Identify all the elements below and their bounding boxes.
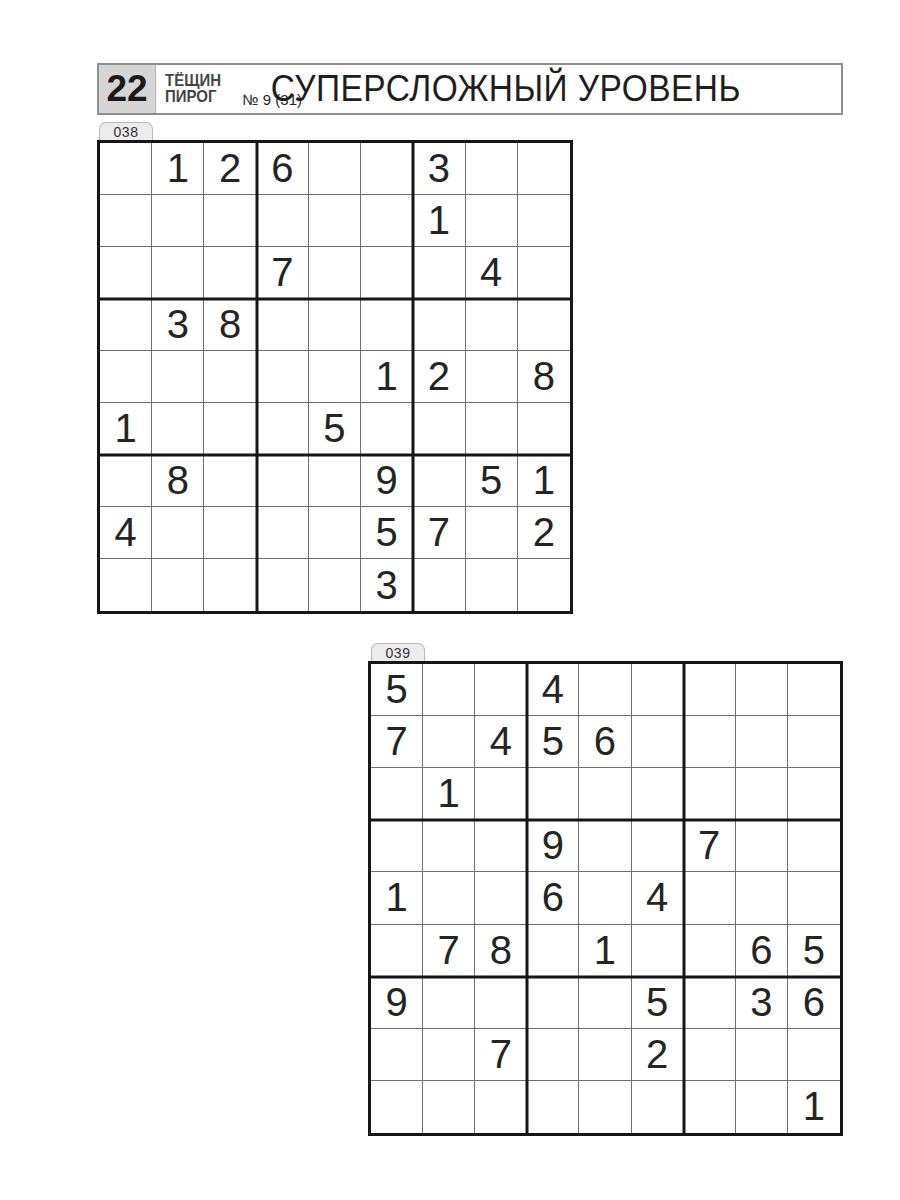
grid-038-cell-r4c7 [413,299,465,351]
grid-038-cell-r9c8 [466,559,518,611]
grid-038-cell-r4c9 [518,299,570,351]
box-separator-vertical-1 [255,143,258,611]
grid-038-cell-r7c2: 8 [152,455,204,507]
grid-039-cell-r4c6 [632,820,684,872]
grid-038-cell-r2c3 [204,195,256,247]
grid-039-cell-r1c6 [632,664,684,716]
grid-039-cell-r9c3 [475,1081,527,1133]
grid-038-cell-r2c8 [466,195,518,247]
grid-039-cell-r3c3 [475,768,527,820]
grid-039-cell-r7c9: 6 [788,977,840,1029]
box-separator-vertical-2 [682,664,685,1133]
grid-039-cell-r2c4: 5 [527,716,579,768]
grid-038-cell-r4c4 [257,299,309,351]
page-header: 22 ТЁЩИН ПИРОГ № 9 (31) СУПЕРСЛОЖНЫЙ УРО… [97,63,843,115]
grid-038-cell-r4c1 [100,299,152,351]
grid-039-cell-r7c6: 5 [632,977,684,1029]
grid-039-cell-r3c6 [632,768,684,820]
grid-039-cell-r8c2 [423,1029,475,1081]
grid-039-cell-r3c4 [527,768,579,820]
grid-039-cell-r9c5 [579,1081,631,1133]
grid-039-cell-r8c6: 2 [632,1029,684,1081]
grid-039-cell-r6c8: 6 [736,925,788,977]
grid-038-cell-r2c1 [100,195,152,247]
grid-039-cell-r1c1: 5 [371,664,423,716]
grid-038-cell-r1c5 [309,143,361,195]
grid-039-cell-r8c5 [579,1029,631,1081]
grid-038-cell-r3c1 [100,247,152,299]
grid-039-cell-r2c2 [423,716,475,768]
grid-039-cell-r7c5 [579,977,631,1029]
grid-038-cell-r6c7 [413,403,465,455]
grid-039-cell-r2c1: 7 [371,716,423,768]
grid-039-cell-r2c7 [684,716,736,768]
book-page: 22 ТЁЩИН ПИРОГ № 9 (31) СУПЕРСЛОЖНЫЙ УРО… [0,0,900,1200]
grid-039-cell-r6c2: 7 [423,925,475,977]
grid-039-cell-r5c7 [684,872,736,924]
grid-038-cell-r7c3 [204,455,256,507]
series-title: ТЁЩИН ПИРОГ [165,65,221,113]
box-separator-vertical-2 [412,143,415,611]
grid-038-cell-r2c6 [361,195,413,247]
grid-039-cell-r8c7 [684,1029,736,1081]
grid-038-cell-r8c4 [257,507,309,559]
grid-039-cell-r7c8: 3 [736,977,788,1029]
grid-038-cell-r2c4 [257,195,309,247]
grid-038-cell-r5c4 [257,351,309,403]
grid-039-cell-r1c4: 4 [527,664,579,716]
grid-038-cell-r6c4 [257,403,309,455]
grid-038-cell-r3c7 [413,247,465,299]
sudoku-grid-039: 547456197164781659536721 [368,661,843,1136]
grid-038-cell-r8c7: 7 [413,507,465,559]
grid-039-cell-r2c9 [788,716,840,768]
grid-038-cell-r5c3 [204,351,256,403]
grid-038-cell-r2c2 [152,195,204,247]
grid-038-cell-r4c5 [309,299,361,351]
grid-038-cell-r8c9: 2 [518,507,570,559]
grid-038-cell-r9c3 [204,559,256,611]
grid-038-cell-r8c6: 5 [361,507,413,559]
grid-038-cell-r1c2: 1 [152,143,204,195]
grid-039-cell-r9c6 [632,1081,684,1133]
grid-039-cell-r8c9 [788,1029,840,1081]
grid-038-cell-r9c5 [309,559,361,611]
grid-039-cell-r5c4: 6 [527,872,579,924]
grid-039-cell-r4c1 [371,820,423,872]
grid-038-cell-r4c2: 3 [152,299,204,351]
grid-039-cell-r1c5 [579,664,631,716]
grid-039-cell-r4c9 [788,820,840,872]
grid-039-cell-r2c5: 6 [579,716,631,768]
grid-039-cell-r3c9 [788,768,840,820]
grid-038-cell-r8c5 [309,507,361,559]
grid-039-cell-r6c6 [632,925,684,977]
grid-038-cell-r9c7 [413,559,465,611]
issue-number: № 9 (31) [243,91,302,113]
grid-038-cell-r9c9 [518,559,570,611]
grid-038-cell-r5c2 [152,351,204,403]
grid-038-cell-r6c1: 1 [100,403,152,455]
grid-038-cell-r7c5 [309,455,361,507]
grid-039-cell-r7c7 [684,977,736,1029]
grid-038-cell-r5c7: 2 [413,351,465,403]
grid-038-cell-r9c2 [152,559,204,611]
grid-038-cell-r8c8 [466,507,518,559]
grid-039-cell-r3c5 [579,768,631,820]
grid-038-cell-r9c6: 3 [361,559,413,611]
grid-039-cell-r2c8 [736,716,788,768]
grid-038-cell-r3c8: 4 [466,247,518,299]
grid-038-cell-r8c3 [204,507,256,559]
grid-039-cell-r6c7 [684,925,736,977]
grid-039-cell-r4c5 [579,820,631,872]
grid-039-cell-r2c3: 4 [475,716,527,768]
box-separator-horizontal-2 [371,975,840,978]
box-separator-vertical-1 [526,664,529,1133]
grid-039-cell-r6c1 [371,925,423,977]
grid-038-cell-r9c1 [100,559,152,611]
grid-038-cell-r1c8 [466,143,518,195]
grid-038-cell-r1c3: 2 [204,143,256,195]
grid-039-cell-r5c3 [475,872,527,924]
grid-039-cell-r6c5: 1 [579,925,631,977]
grid-038-cell-r2c5 [309,195,361,247]
grid-038-cell-r2c7: 1 [413,195,465,247]
grid-038-cell-r1c1 [100,143,152,195]
grid-038-cell-r3c4: 7 [257,247,309,299]
grid-039-cell-r5c2 [423,872,475,924]
grid-039-cell-r5c9 [788,872,840,924]
grid-039-cell-r8c1 [371,1029,423,1081]
grid-039-cell-r7c1: 9 [371,977,423,1029]
grid-038-cell-r6c5: 5 [309,403,361,455]
grid-038-cell-r8c1: 4 [100,507,152,559]
grid-039-cell-r3c1 [371,768,423,820]
grid-038-cell-r4c8 [466,299,518,351]
grid-039-cell-r5c6: 4 [632,872,684,924]
grid-038-cell-r8c2 [152,507,204,559]
grid-039-cell-r5c1: 1 [371,872,423,924]
grid-038-cell-r7c1 [100,455,152,507]
puzzle-label-039: 039 [371,643,425,661]
grid-039-cell-r8c3: 7 [475,1029,527,1081]
grid-039-cell-r4c2 [423,820,475,872]
grid-039-cell-r7c2 [423,977,475,1029]
grid-038-cell-r1c4: 6 [257,143,309,195]
grid-039-cell-r6c3: 8 [475,925,527,977]
grid-038-cell-r3c9 [518,247,570,299]
box-separator-horizontal-1 [371,819,840,822]
grid-038-cell-r5c5 [309,351,361,403]
grid-038-cell-r7c7 [413,455,465,507]
grid-038-cell-r5c9: 8 [518,351,570,403]
grid-038-cell-r1c9 [518,143,570,195]
grid-039-cell-r1c7 [684,664,736,716]
grid-038-cell-r3c3 [204,247,256,299]
grid-038-cell-r7c9: 1 [518,455,570,507]
grid-039-cell-r6c4 [527,925,579,977]
grid-039-cell-r9c2 [423,1081,475,1133]
grid-038-cell-r2c9 [518,195,570,247]
grid-038-cell-r7c8: 5 [466,455,518,507]
grid-038-cell-r5c8 [466,351,518,403]
grid-038-cell-r6c6 [361,403,413,455]
grid-039-cell-r3c2: 1 [423,768,475,820]
grid-039-cell-r3c8 [736,768,788,820]
grid-039-cell-r1c9 [788,664,840,716]
grid-039-cell-r2c6 [632,716,684,768]
grid-039-cell-r8c8 [736,1029,788,1081]
grid-039-cell-r9c8 [736,1081,788,1133]
grid-038-cell-r7c4 [257,455,309,507]
sudoku-grid-038: 12631743812815895145723 [97,140,573,614]
grid-039-cell-r9c4 [527,1081,579,1133]
grid-039-cell-r9c9: 1 [788,1081,840,1133]
grid-039-cell-r5c5 [579,872,631,924]
grid-038-cell-r6c3 [204,403,256,455]
box-separator-horizontal-2 [100,454,570,457]
grid-038-cell-r7c6: 9 [361,455,413,507]
box-separator-horizontal-1 [100,297,570,300]
grid-038-cell-r9c4 [257,559,309,611]
level-title: СУПЕРСЛОЖНЫЙ УРОВЕНЬ [271,68,741,110]
grid-038-cell-r4c3: 8 [204,299,256,351]
grid-038-cell-r6c9 [518,403,570,455]
grid-039-cell-r4c7: 7 [684,820,736,872]
grid-038-cell-r3c2 [152,247,204,299]
grid-038-cell-r5c6: 1 [361,351,413,403]
grid-039-cell-r7c4 [527,977,579,1029]
grid-039-cell-r7c3 [475,977,527,1029]
grid-039-cell-r3c7 [684,768,736,820]
grid-039-cell-r9c7 [684,1081,736,1133]
grid-039-cell-r4c4: 9 [527,820,579,872]
grid-038-cell-r3c6 [361,247,413,299]
grid-038-cell-r1c7: 3 [413,143,465,195]
series-title-line2: ПИРОГ [165,89,221,105]
page-number: 22 [99,65,156,113]
grid-039-cell-r8c4 [527,1029,579,1081]
grid-039-cell-r4c3 [475,820,527,872]
grid-039-cell-r1c3 [475,664,527,716]
grid-038-cell-r1c6 [361,143,413,195]
grid-039-cell-r9c1 [371,1081,423,1133]
grid-039-cell-r1c8 [736,664,788,716]
puzzle-label-038: 038 [99,122,153,140]
grid-038-cell-r6c8 [466,403,518,455]
grid-038-cell-r4c6 [361,299,413,351]
grid-039-cell-r4c8 [736,820,788,872]
grid-039-cell-r1c2 [423,664,475,716]
grid-039-cell-r6c9: 5 [788,925,840,977]
grid-038-cell-r3c5 [309,247,361,299]
grid-038-cell-r6c2 [152,403,204,455]
grid-038-cell-r5c1 [100,351,152,403]
grid-039-cell-r5c8 [736,872,788,924]
